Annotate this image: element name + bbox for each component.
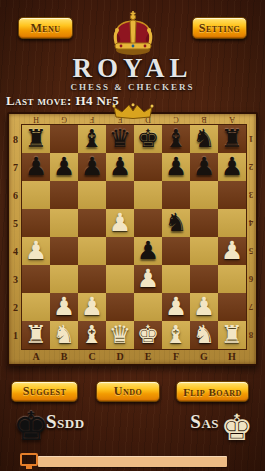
black-pawn: ♟ [137, 238, 159, 263]
rank-label: 1 [246, 125, 256, 153]
square-f3[interactable] [162, 265, 190, 293]
square-a5[interactable] [22, 209, 50, 237]
white-pawn: ♟ [81, 294, 103, 319]
square-b7[interactable]: ♟ [50, 153, 78, 181]
file-label: C [78, 350, 106, 363]
white-pawn: ♟ [221, 238, 243, 263]
black-bishop: ♝ [81, 126, 103, 151]
white-pawn: ♟ [53, 294, 75, 319]
square-a6[interactable] [22, 181, 50, 209]
monitor-icon[interactable] [20, 453, 38, 466]
square-b1[interactable]: ♞ [50, 321, 78, 349]
square-f6[interactable] [162, 181, 190, 209]
square-h1[interactable]: ♜ [218, 321, 246, 349]
square-g7[interactable]: ♟ [190, 153, 218, 181]
square-c2[interactable]: ♟ [78, 293, 106, 321]
rank-label: 5 [9, 209, 22, 237]
rank-label: 2 [246, 153, 256, 181]
black-bishop: ♝ [165, 126, 187, 151]
file-label: A [218, 114, 246, 125]
white-queen: ♛ [109, 322, 131, 347]
file-label: G [50, 114, 78, 125]
square-g8[interactable]: ♞ [190, 125, 218, 153]
square-g6[interactable] [190, 181, 218, 209]
square-e2[interactable] [134, 293, 162, 321]
square-f1[interactable]: ♝ [162, 321, 190, 349]
square-a3[interactable] [22, 265, 50, 293]
square-f8[interactable]: ♝ [162, 125, 190, 153]
file-label: F [162, 350, 190, 363]
square-e7[interactable] [134, 153, 162, 181]
rank-label: 7 [246, 293, 256, 321]
white-king: ♚ [137, 322, 159, 347]
square-c5[interactable] [78, 209, 106, 237]
rank-label: 7 [9, 153, 22, 181]
white-bishop: ♝ [165, 322, 187, 347]
square-g5[interactable] [190, 209, 218, 237]
file-label: D [106, 350, 134, 363]
rank-label: 1 [9, 321, 22, 349]
square-e4[interactable]: ♟ [134, 237, 162, 265]
white-bishop: ♝ [81, 322, 103, 347]
square-g2[interactable]: ♟ [190, 293, 218, 321]
square-b2[interactable]: ♟ [50, 293, 78, 321]
rank-label: 3 [9, 265, 22, 293]
square-e3[interactable]: ♟ [134, 265, 162, 293]
square-d1[interactable]: ♛ [106, 321, 134, 349]
white-king-figurine-icon: ♚ [221, 410, 253, 446]
white-pawn: ♟ [109, 210, 131, 235]
undo-button[interactable]: Undo [96, 381, 160, 402]
black-pawn: ♟ [81, 154, 103, 179]
black-pawn: ♟ [193, 154, 215, 179]
white-knight: ♞ [53, 322, 75, 347]
square-a4[interactable]: ♟ [22, 237, 50, 265]
rank-label: 2 [9, 293, 22, 321]
board-squares: ♜♝♛♚♝♞♜♟♟♟♟♟♟♟♟♞♟♟♟♟♟♟♟♟♜♞♝♛♚♝♞♜ [22, 125, 246, 349]
square-b8[interactable] [50, 125, 78, 153]
white-pawn: ♟ [165, 294, 187, 319]
black-pawn: ♟ [109, 154, 131, 179]
chess-board: ♜♝♛♚♝♞♜♟♟♟♟♟♟♟♟♞♟♟♟♟♟♟♟♟♜♞♝♛♚♝♞♜ HGFEDCB… [7, 112, 258, 366]
white-rook: ♜ [221, 322, 243, 347]
square-d4[interactable] [106, 237, 134, 265]
file-label: G [190, 350, 218, 363]
square-h4[interactable]: ♟ [218, 237, 246, 265]
crown-ornament-icon [110, 103, 156, 123]
square-a2[interactable] [22, 293, 50, 321]
file-label: A [22, 350, 50, 363]
file-label: E [134, 350, 162, 363]
black-pawn: ♟ [53, 154, 75, 179]
black-rook: ♜ [221, 126, 243, 151]
white-pawn: ♟ [137, 266, 159, 291]
square-b6[interactable] [50, 181, 78, 209]
square-f2[interactable]: ♟ [162, 293, 190, 321]
app-screen: Menu Setting ROYAL CHESS & CHECKERS Last… [0, 0, 265, 471]
rank-label: 8 [246, 321, 256, 349]
square-g4[interactable] [190, 237, 218, 265]
file-label: H [22, 114, 50, 125]
white-pawn: ♟ [193, 294, 215, 319]
rank-label: 6 [246, 265, 256, 293]
black-king: ♚ [137, 126, 159, 151]
square-g1[interactable]: ♞ [190, 321, 218, 349]
rank-labels-right: 12345678 [246, 125, 256, 349]
black-player-name: Ssdd [46, 411, 85, 433]
square-d7[interactable]: ♟ [106, 153, 134, 181]
setting-button[interactable]: Setting [192, 17, 247, 39]
square-e8[interactable]: ♚ [134, 125, 162, 153]
black-pawn: ♟ [165, 154, 187, 179]
last-move-label: Last move: H4 Nf5 [6, 93, 119, 109]
square-f7[interactable]: ♟ [162, 153, 190, 181]
square-h5[interactable] [218, 209, 246, 237]
rank-label: 4 [9, 237, 22, 265]
flip-board-button[interactable]: Flip Board [176, 381, 249, 402]
square-d8[interactable]: ♛ [106, 125, 134, 153]
square-e6[interactable] [134, 181, 162, 209]
square-c1[interactable]: ♝ [78, 321, 106, 349]
white-knight: ♞ [193, 322, 215, 347]
white-player-name: Sas [190, 411, 219, 433]
file-label: F [78, 114, 106, 125]
rank-label: 8 [9, 125, 22, 153]
square-e5[interactable] [134, 209, 162, 237]
square-h7[interactable]: ♟ [218, 153, 246, 181]
file-label: H [218, 350, 246, 363]
square-g3[interactable] [190, 265, 218, 293]
white-pawn: ♟ [25, 238, 47, 263]
rank-label: 5 [246, 237, 256, 265]
square-a8[interactable]: ♜ [22, 125, 50, 153]
black-king-figurine-icon: ♚ [13, 406, 49, 446]
rank-label: 6 [9, 181, 22, 209]
rank-label: 4 [246, 209, 256, 237]
square-d5[interactable]: ♟ [106, 209, 134, 237]
file-label: B [190, 114, 218, 125]
square-a7[interactable]: ♟ [22, 153, 50, 181]
app-title: ROYAL [0, 53, 265, 84]
footer-bar[interactable] [38, 456, 227, 467]
square-d2[interactable] [106, 293, 134, 321]
square-c6[interactable] [78, 181, 106, 209]
file-label: C [162, 114, 190, 125]
square-h8[interactable]: ♜ [218, 125, 246, 153]
rank-labels-left: 87654321 [9, 125, 22, 349]
black-pawn: ♟ [221, 154, 243, 179]
black-knight: ♞ [165, 210, 187, 235]
square-d3[interactable] [106, 265, 134, 293]
rank-label: 3 [246, 181, 256, 209]
square-b5[interactable] [50, 209, 78, 237]
square-b3[interactable] [50, 265, 78, 293]
square-c7[interactable]: ♟ [78, 153, 106, 181]
file-labels-bottom: ABCDEFGH [22, 350, 246, 363]
square-h3[interactable] [218, 265, 246, 293]
square-f5[interactable]: ♞ [162, 209, 190, 237]
file-label: B [50, 350, 78, 363]
square-h2[interactable] [218, 293, 246, 321]
square-b4[interactable] [50, 237, 78, 265]
square-d6[interactable] [106, 181, 134, 209]
app-subtitle: CHESS & CHECKERS [0, 82, 265, 92]
square-f4[interactable] [162, 237, 190, 265]
black-knight: ♞ [193, 126, 215, 151]
menu-button[interactable]: Menu [18, 17, 73, 39]
suggest-button[interactable]: Suggest [11, 381, 78, 402]
square-c8[interactable]: ♝ [78, 125, 106, 153]
square-c3[interactable] [78, 265, 106, 293]
square-c4[interactable] [78, 237, 106, 265]
black-rook: ♜ [25, 126, 47, 151]
white-rook: ♜ [25, 322, 47, 347]
black-queen: ♛ [109, 126, 131, 151]
square-e1[interactable]: ♚ [134, 321, 162, 349]
square-a1[interactable]: ♜ [22, 321, 50, 349]
black-pawn: ♟ [25, 154, 47, 179]
square-h6[interactable] [218, 181, 246, 209]
